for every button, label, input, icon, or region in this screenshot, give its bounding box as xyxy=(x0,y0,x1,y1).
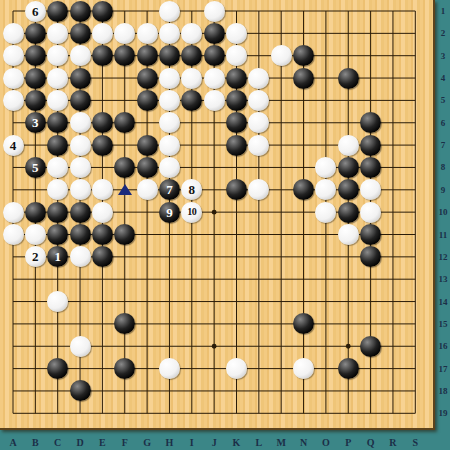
move-number: 4 xyxy=(10,139,17,152)
column-label: L xyxy=(249,437,269,448)
stone-black[interactable] xyxy=(204,23,225,44)
stone-white[interactable] xyxy=(47,90,68,111)
stone-black[interactable] xyxy=(338,68,359,89)
stone-white[interactable] xyxy=(159,1,180,22)
column-label: K xyxy=(227,437,247,448)
stone-white[interactable] xyxy=(226,358,247,379)
row-label: 11 xyxy=(435,230,450,240)
stone-black[interactable] xyxy=(47,202,68,223)
row-label: 1 xyxy=(435,6,450,16)
stone-black[interactable] xyxy=(137,68,158,89)
stone-white[interactable] xyxy=(3,23,24,44)
column-label: H xyxy=(159,437,179,448)
row-label: 14 xyxy=(435,297,450,307)
stone-white[interactable] xyxy=(181,68,202,89)
row-label: 7 xyxy=(435,140,450,150)
stone-black[interactable] xyxy=(159,45,180,66)
stone-black[interactable] xyxy=(137,157,158,178)
stone-white[interactable] xyxy=(3,68,24,89)
stone-black[interactable] xyxy=(338,358,359,379)
row-label: 12 xyxy=(435,252,450,262)
stone-black[interactable] xyxy=(25,45,46,66)
column-label: S xyxy=(405,437,425,448)
column-label: E xyxy=(92,437,112,448)
move-number: 8 xyxy=(189,183,196,196)
stone-white[interactable] xyxy=(70,157,91,178)
move-number: 3 xyxy=(32,116,39,129)
column-label: G xyxy=(137,437,157,448)
stone-black[interactable] xyxy=(92,45,113,66)
stone-white[interactable] xyxy=(204,68,225,89)
stone-black[interactable] xyxy=(137,45,158,66)
column-label: B xyxy=(25,437,45,448)
stone-black[interactable] xyxy=(25,202,46,223)
stone-white[interactable] xyxy=(338,135,359,156)
move-number: 9 xyxy=(166,206,173,219)
row-label: 5 xyxy=(435,95,450,105)
triangle-marker xyxy=(118,184,132,195)
stone-black[interactable] xyxy=(25,90,46,111)
row-label: 4 xyxy=(435,73,450,83)
stone-white[interactable] xyxy=(70,246,91,267)
column-label: Q xyxy=(361,437,381,448)
stone-black[interactable] xyxy=(360,336,381,357)
stone-black[interactable] xyxy=(338,157,359,178)
stone-white[interactable] xyxy=(204,1,225,22)
stone-white[interactable] xyxy=(159,358,180,379)
move-number: 7 xyxy=(166,183,173,196)
stone-black[interactable] xyxy=(92,224,113,245)
stone-black[interactable] xyxy=(70,1,91,22)
row-label: 3 xyxy=(435,51,450,61)
stone-black[interactable] xyxy=(70,90,91,111)
stone-white[interactable] xyxy=(70,179,91,200)
stone-black[interactable]: 9 xyxy=(159,202,180,223)
row-label: 13 xyxy=(435,274,450,284)
stone-white[interactable] xyxy=(248,68,269,89)
stone-black[interactable] xyxy=(338,179,359,200)
stone-white[interactable] xyxy=(70,112,91,133)
stone-white[interactable]: 10 xyxy=(181,202,202,223)
column-label: J xyxy=(204,437,224,448)
stone-black[interactable] xyxy=(360,157,381,178)
stone-white[interactable] xyxy=(159,68,180,89)
stone-white[interactable] xyxy=(159,23,180,44)
stone-black[interactable] xyxy=(226,90,247,111)
stone-black[interactable] xyxy=(360,224,381,245)
stone-white[interactable] xyxy=(47,23,68,44)
stone-black[interactable] xyxy=(47,1,68,22)
column-label: A xyxy=(3,437,23,448)
column-label: N xyxy=(294,437,314,448)
stone-white[interactable] xyxy=(47,68,68,89)
stone-white[interactable] xyxy=(159,157,180,178)
move-number: 1 xyxy=(54,250,61,263)
column-label: M xyxy=(271,437,291,448)
stone-white[interactable] xyxy=(92,202,113,223)
stone-black[interactable] xyxy=(70,23,91,44)
row-label: 17 xyxy=(435,364,450,374)
star-point xyxy=(346,344,351,349)
row-label: 18 xyxy=(435,386,450,396)
row-label: 16 xyxy=(435,341,450,351)
star-point xyxy=(212,344,217,349)
stone-black[interactable] xyxy=(137,90,158,111)
stone-white[interactable] xyxy=(70,336,91,357)
column-label: C xyxy=(48,437,68,448)
column-label: D xyxy=(70,437,90,448)
stone-white[interactable] xyxy=(360,202,381,223)
stone-white[interactable] xyxy=(25,224,46,245)
column-label: R xyxy=(383,437,403,448)
row-label: 6 xyxy=(435,118,450,128)
stone-black[interactable] xyxy=(226,135,247,156)
stone-white[interactable] xyxy=(204,90,225,111)
column-label: O xyxy=(316,437,336,448)
row-label: 9 xyxy=(435,185,450,195)
stone-black[interactable] xyxy=(70,68,91,89)
stone-white[interactable] xyxy=(338,224,359,245)
stone-black[interactable] xyxy=(360,135,381,156)
stone-white[interactable] xyxy=(92,23,113,44)
stone-white[interactable] xyxy=(159,90,180,111)
stone-black[interactable] xyxy=(70,380,91,401)
stone-black[interactable] xyxy=(25,68,46,89)
stone-white[interactable] xyxy=(159,135,180,156)
stone-white[interactable] xyxy=(226,23,247,44)
stone-white[interactable]: 4 xyxy=(3,135,24,156)
stone-white[interactable] xyxy=(271,45,292,66)
stone-white[interactable] xyxy=(114,23,135,44)
stone-white[interactable] xyxy=(137,179,158,200)
stone-white[interactable] xyxy=(248,135,269,156)
stone-black[interactable] xyxy=(92,1,113,22)
stone-black[interactable] xyxy=(293,68,314,89)
stone-black[interactable]: 3 xyxy=(25,112,46,133)
stone-white[interactable] xyxy=(70,135,91,156)
stone-black[interactable] xyxy=(47,135,68,156)
go-board[interactable]: 63457891021 xyxy=(0,0,435,430)
stone-white[interactable]: 6 xyxy=(25,1,46,22)
stone-white[interactable] xyxy=(137,23,158,44)
go-game-viewer: 63457891021 ABCDEFGHIJKLMNOPQRS 12345678… xyxy=(0,0,450,450)
stone-black[interactable] xyxy=(204,45,225,66)
stone-black[interactable] xyxy=(70,202,91,223)
stone-black[interactable] xyxy=(92,112,113,133)
stone-black[interactable] xyxy=(137,135,158,156)
move-number: 5 xyxy=(32,161,39,174)
row-label: 8 xyxy=(435,162,450,172)
stone-black[interactable] xyxy=(25,23,46,44)
stone-white[interactable] xyxy=(70,45,91,66)
row-label: 15 xyxy=(435,319,450,329)
move-number: 10 xyxy=(187,207,196,217)
stone-white[interactable] xyxy=(3,45,24,66)
row-label: 2 xyxy=(435,28,450,38)
stone-black[interactable] xyxy=(338,202,359,223)
stone-black[interactable] xyxy=(92,135,113,156)
stone-white[interactable] xyxy=(3,90,24,111)
row-label: 10 xyxy=(435,207,450,217)
column-label: F xyxy=(115,437,135,448)
move-number: 2 xyxy=(32,250,39,263)
stone-white[interactable] xyxy=(293,358,314,379)
stone-white[interactable] xyxy=(315,202,336,223)
stone-white[interactable] xyxy=(181,23,202,44)
stone-white[interactable] xyxy=(3,202,24,223)
column-label: P xyxy=(338,437,358,448)
star-point xyxy=(212,210,217,215)
move-number: 6 xyxy=(32,5,39,18)
stone-black[interactable]: 5 xyxy=(25,157,46,178)
column-label: I xyxy=(182,437,202,448)
stone-black[interactable] xyxy=(70,224,91,245)
stone-black[interactable] xyxy=(226,68,247,89)
stone-white[interactable] xyxy=(47,157,68,178)
row-label: 19 xyxy=(435,408,450,418)
stone-white[interactable] xyxy=(3,224,24,245)
